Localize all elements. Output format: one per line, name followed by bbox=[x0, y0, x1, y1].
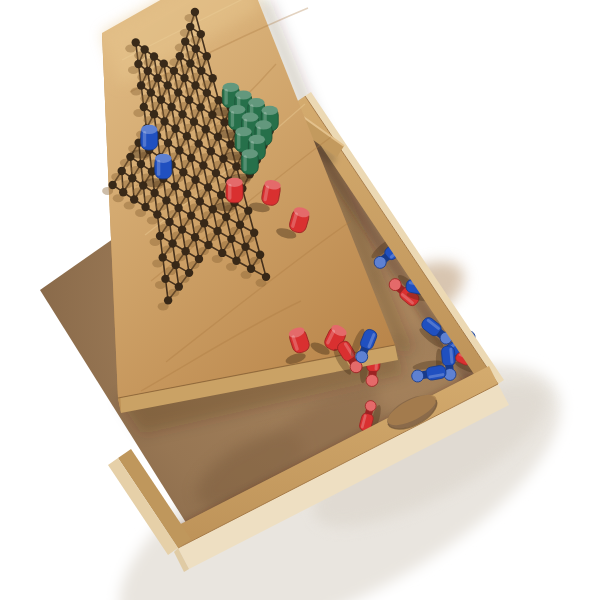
board-hole[interactable] bbox=[153, 210, 161, 218]
board-hole[interactable] bbox=[119, 188, 127, 196]
board-hole[interactable] bbox=[197, 67, 205, 75]
board-hole[interactable] bbox=[141, 203, 149, 211]
board-hole[interactable] bbox=[108, 181, 116, 189]
board-hole[interactable] bbox=[150, 189, 158, 197]
board-hole[interactable] bbox=[175, 146, 183, 154]
board-hole[interactable] bbox=[218, 249, 226, 257]
board-hole[interactable] bbox=[207, 147, 215, 155]
board-hole[interactable] bbox=[181, 247, 189, 255]
board-hole[interactable] bbox=[163, 81, 171, 89]
board-hole[interactable] bbox=[175, 282, 183, 290]
board-hole[interactable] bbox=[195, 255, 203, 263]
board-hole[interactable] bbox=[187, 154, 195, 162]
board-hole[interactable] bbox=[164, 139, 172, 147]
board-hole[interactable] bbox=[241, 243, 249, 251]
board-hole[interactable] bbox=[130, 195, 138, 203]
board-hole[interactable] bbox=[214, 96, 222, 104]
board-hole[interactable] bbox=[157, 96, 165, 104]
board-hole[interactable] bbox=[150, 52, 158, 60]
board-hole[interactable] bbox=[183, 190, 191, 198]
board-hole[interactable] bbox=[162, 196, 170, 204]
board-hole[interactable] bbox=[197, 30, 205, 38]
board-hole[interactable] bbox=[191, 81, 199, 89]
board-hole[interactable] bbox=[204, 241, 212, 249]
board-hole[interactable] bbox=[194, 139, 202, 147]
board-hole[interactable] bbox=[174, 204, 182, 212]
board-hole[interactable] bbox=[140, 45, 148, 53]
board-hole[interactable] bbox=[156, 232, 164, 240]
chinese-checkers-scene bbox=[0, 0, 600, 600]
board-hole[interactable] bbox=[171, 182, 179, 190]
board-hole[interactable] bbox=[213, 227, 221, 235]
board-hole[interactable] bbox=[212, 169, 220, 177]
board-hole[interactable] bbox=[144, 67, 152, 75]
board-hole[interactable] bbox=[217, 191, 225, 199]
board-hole[interactable] bbox=[168, 239, 176, 247]
board-hole[interactable] bbox=[159, 253, 167, 261]
board-hole[interactable] bbox=[128, 174, 136, 182]
board-hole[interactable] bbox=[203, 52, 211, 60]
board-hole[interactable] bbox=[132, 38, 140, 46]
board-hole[interactable] bbox=[190, 118, 198, 126]
board-hole[interactable] bbox=[118, 167, 126, 175]
board-hole[interactable] bbox=[134, 60, 142, 68]
board-hole[interactable] bbox=[147, 88, 155, 96]
board-hole[interactable] bbox=[256, 251, 264, 259]
board-hole[interactable] bbox=[137, 160, 145, 168]
board-hole[interactable] bbox=[250, 229, 258, 237]
board-hole[interactable] bbox=[171, 125, 179, 133]
board-hole[interactable] bbox=[181, 37, 189, 45]
board-hole[interactable] bbox=[227, 235, 235, 243]
board-hole[interactable] bbox=[160, 117, 168, 125]
photo-stage bbox=[0, 0, 600, 600]
board-hole[interactable] bbox=[176, 52, 184, 60]
board-hole[interactable] bbox=[178, 225, 186, 233]
board-hole[interactable] bbox=[167, 103, 175, 111]
board-hole[interactable] bbox=[137, 81, 145, 89]
board-hole[interactable] bbox=[232, 257, 240, 265]
board-hole[interactable] bbox=[236, 221, 244, 229]
board-hole[interactable] bbox=[180, 74, 188, 82]
board-hole[interactable] bbox=[204, 183, 212, 191]
board-hole[interactable] bbox=[185, 269, 193, 277]
board-hole[interactable] bbox=[191, 233, 199, 241]
board-hole[interactable] bbox=[199, 161, 207, 169]
board-hole[interactable] bbox=[186, 23, 194, 31]
board-hole[interactable] bbox=[202, 125, 210, 133]
board-hole[interactable] bbox=[262, 273, 270, 281]
board-hole[interactable] bbox=[187, 211, 195, 219]
board-hole[interactable] bbox=[178, 110, 186, 118]
board-hole[interactable] bbox=[164, 296, 172, 304]
board-hole[interactable] bbox=[222, 213, 230, 221]
board-hole[interactable] bbox=[196, 197, 204, 205]
board-hole[interactable] bbox=[161, 275, 169, 283]
board-hole[interactable] bbox=[179, 168, 187, 176]
board-hole[interactable] bbox=[185, 96, 193, 104]
board-hole[interactable] bbox=[191, 8, 199, 16]
board-hole[interactable] bbox=[186, 59, 194, 67]
board-hole[interactable] bbox=[160, 59, 168, 67]
board-hole[interactable] bbox=[183, 132, 191, 140]
board-hole[interactable] bbox=[203, 89, 211, 97]
board-hole[interactable] bbox=[150, 110, 158, 118]
board-hole[interactable] bbox=[172, 261, 180, 269]
board-hole[interactable] bbox=[153, 74, 161, 82]
board-hole[interactable] bbox=[174, 88, 182, 96]
board-hole[interactable] bbox=[208, 74, 216, 82]
board-hole[interactable] bbox=[140, 103, 148, 111]
board-hole[interactable] bbox=[200, 219, 208, 227]
board-hole[interactable] bbox=[247, 265, 255, 273]
board-hole[interactable] bbox=[192, 45, 200, 53]
board-hole[interactable] bbox=[170, 67, 178, 75]
board-hole[interactable] bbox=[196, 103, 204, 111]
board-hole[interactable] bbox=[191, 176, 199, 184]
board-hole[interactable] bbox=[165, 218, 173, 226]
